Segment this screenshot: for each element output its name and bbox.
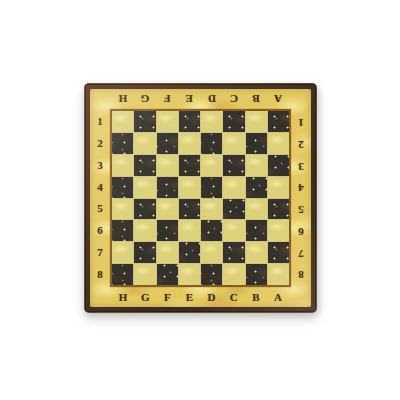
square-c1[interactable] [223, 111, 244, 132]
square-c8[interactable] [223, 264, 244, 285]
square-g1[interactable] [134, 111, 155, 132]
square-d2[interactable] [201, 133, 222, 154]
square-b5[interactable] [246, 199, 267, 220]
square-h3[interactable] [112, 155, 133, 176]
square-f8[interactable] [157, 264, 178, 285]
square-a8[interactable] [268, 264, 289, 285]
rank-left-label-8: 8 [90, 263, 110, 285]
amber-coordinate-border: HGFEDCBA HGFEDCBA 12345678 12345678 [90, 89, 311, 307]
file-bottom-label-c: C [223, 287, 245, 307]
square-b4[interactable] [246, 177, 267, 198]
square-c7[interactable] [223, 242, 244, 263]
square-e6[interactable] [179, 220, 200, 241]
square-f1[interactable] [157, 111, 178, 132]
rank-labels-left: 12345678 [90, 111, 110, 285]
file-top-label-d: D [201, 89, 223, 109]
square-g6[interactable] [134, 220, 155, 241]
rank-left-label-5: 5 [90, 198, 110, 220]
chess-board-frame: HGFEDCBA HGFEDCBA 12345678 12345678 [84, 83, 317, 313]
rank-left-label-3: 3 [90, 155, 110, 177]
square-b7[interactable] [246, 242, 267, 263]
rank-right-label-4: 4 [291, 176, 311, 198]
square-g4[interactable] [134, 177, 155, 198]
square-a1[interactable] [268, 111, 289, 132]
square-c2[interactable] [223, 133, 244, 154]
square-c5[interactable] [223, 199, 244, 220]
square-f2[interactable] [157, 133, 178, 154]
square-c4[interactable] [223, 177, 244, 198]
square-c6[interactable] [223, 220, 244, 241]
file-top-label-a: A [267, 89, 289, 109]
rank-left-label-4: 4 [90, 176, 110, 198]
file-top-label-e: E [178, 89, 200, 109]
square-b2[interactable] [246, 133, 267, 154]
square-a4[interactable] [268, 177, 289, 198]
square-h1[interactable] [112, 111, 133, 132]
square-h4[interactable] [112, 177, 133, 198]
square-f3[interactable] [157, 155, 178, 176]
rank-left-label-1: 1 [90, 111, 110, 133]
square-e4[interactable] [179, 177, 200, 198]
square-e2[interactable] [179, 133, 200, 154]
square-d4[interactable] [201, 177, 222, 198]
rank-left-label-2: 2 [90, 133, 110, 155]
rank-right-label-7: 7 [291, 242, 311, 264]
file-bottom-label-g: G [134, 287, 156, 307]
square-a6[interactable] [268, 220, 289, 241]
square-d1[interactable] [201, 111, 222, 132]
file-bottom-label-b: B [245, 287, 267, 307]
square-f7[interactable] [157, 242, 178, 263]
rank-right-label-3: 3 [291, 155, 311, 177]
square-h7[interactable] [112, 242, 133, 263]
square-d5[interactable] [201, 199, 222, 220]
square-e5[interactable] [179, 199, 200, 220]
square-g8[interactable] [134, 264, 155, 285]
square-g7[interactable] [134, 242, 155, 263]
rank-right-label-1: 1 [291, 111, 311, 133]
file-labels-top: HGFEDCBA [112, 89, 289, 109]
square-f4[interactable] [157, 177, 178, 198]
square-d8[interactable] [201, 264, 222, 285]
file-top-label-c: C [223, 89, 245, 109]
square-b6[interactable] [246, 220, 267, 241]
photo-background: HGFEDCBA HGFEDCBA 12345678 12345678 [0, 0, 400, 400]
square-h6[interactable] [112, 220, 133, 241]
square-h8[interactable] [112, 264, 133, 285]
square-d6[interactable] [201, 220, 222, 241]
file-bottom-label-d: D [201, 287, 223, 307]
file-top-label-h: H [112, 89, 134, 109]
square-d3[interactable] [201, 155, 222, 176]
file-top-label-b: B [245, 89, 267, 109]
playing-area-frame [110, 109, 291, 287]
rank-left-label-7: 7 [90, 242, 110, 264]
rank-labels-right: 12345678 [291, 111, 311, 285]
file-top-label-f: F [156, 89, 178, 109]
file-bottom-label-a: A [267, 287, 289, 307]
square-d7[interactable] [201, 242, 222, 263]
file-labels-bottom: HGFEDCBA [112, 287, 289, 307]
square-e8[interactable] [179, 264, 200, 285]
rank-right-label-8: 8 [291, 263, 311, 285]
square-g3[interactable] [134, 155, 155, 176]
file-top-label-g: G [134, 89, 156, 109]
rank-right-label-2: 2 [291, 133, 311, 155]
square-a7[interactable] [268, 242, 289, 263]
square-b3[interactable] [246, 155, 267, 176]
square-a5[interactable] [268, 199, 289, 220]
rank-right-label-6: 6 [291, 220, 311, 242]
board-grid [112, 111, 289, 285]
square-e3[interactable] [179, 155, 200, 176]
file-bottom-label-f: F [156, 287, 178, 307]
square-b8[interactable] [246, 264, 267, 285]
square-a3[interactable] [268, 155, 289, 176]
square-g2[interactable] [134, 133, 155, 154]
square-e1[interactable] [179, 111, 200, 132]
square-g5[interactable] [134, 199, 155, 220]
square-b1[interactable] [246, 111, 267, 132]
square-a2[interactable] [268, 133, 289, 154]
square-f5[interactable] [157, 199, 178, 220]
file-bottom-label-e: E [178, 287, 200, 307]
file-bottom-label-h: H [112, 287, 134, 307]
square-h5[interactable] [112, 199, 133, 220]
square-c3[interactable] [223, 155, 244, 176]
rank-left-label-6: 6 [90, 220, 110, 242]
square-h2[interactable] [112, 133, 133, 154]
square-e7[interactable] [179, 242, 200, 263]
rank-right-label-5: 5 [291, 198, 311, 220]
square-f6[interactable] [157, 220, 178, 241]
